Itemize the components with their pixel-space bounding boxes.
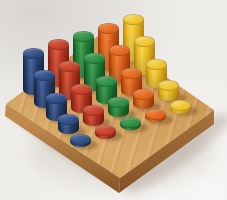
peg-top-face [123,14,144,25]
peg-top-face [73,31,94,42]
peg-top-face [34,70,55,81]
peg-top-face [98,23,119,34]
peg-top-face [48,39,69,50]
peg-top-face [70,134,91,145]
peg-top-face [145,109,166,120]
peg-red-size1[interactable] [95,125,116,144]
peg-top-face [120,117,141,128]
peg-blue-size1[interactable] [70,134,91,153]
peg-top-face [58,114,79,125]
peg-yellow-size1[interactable] [170,100,191,119]
peg-top-face [23,48,44,59]
peg-top-face [133,89,154,100]
peg-green-size1[interactable] [120,117,141,136]
peg-top-face [108,97,129,108]
peg-top-face [121,68,142,79]
peg-orange-size1[interactable] [145,109,166,128]
photo-scene [0,0,227,200]
peg-grid [0,0,227,200]
peg-top-face [46,93,67,104]
peg-top-face [96,76,117,87]
peg-top-face [109,45,130,56]
